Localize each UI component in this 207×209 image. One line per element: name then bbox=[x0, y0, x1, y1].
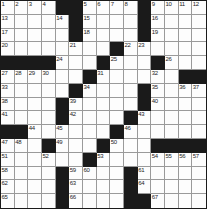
black-cell-r5c2 bbox=[15, 56, 29, 70]
cell-r4c5[interactable] bbox=[56, 42, 70, 56]
black-cell-r6c15 bbox=[192, 70, 206, 84]
cell-r10c15[interactable] bbox=[192, 125, 206, 139]
cell-r12c8[interactable]: 53 bbox=[97, 153, 111, 167]
clue-number-40: 40 bbox=[152, 98, 158, 105]
clue-number-27: 27 bbox=[2, 70, 8, 77]
cell-r9c6[interactable]: 42 bbox=[69, 111, 83, 125]
clue-number-62: 62 bbox=[2, 180, 8, 187]
clue-number-35: 35 bbox=[152, 84, 158, 91]
cell-r10c12[interactable] bbox=[151, 125, 165, 139]
black-cell-r5c12 bbox=[151, 56, 165, 70]
clue-number-55: 55 bbox=[166, 153, 172, 160]
cell-r13c14[interactable] bbox=[179, 167, 193, 181]
cell-r8c7[interactable] bbox=[83, 98, 97, 112]
black-cell-r13c5 bbox=[56, 167, 70, 181]
black-cell-r8c5 bbox=[56, 98, 70, 112]
cell-r6c6[interactable] bbox=[69, 70, 83, 84]
cell-r15c1[interactable]: 65 bbox=[1, 194, 15, 208]
clue-number-30: 30 bbox=[43, 70, 49, 77]
clue-number-21: 21 bbox=[70, 42, 76, 49]
cell-r4c2[interactable] bbox=[15, 42, 29, 56]
clue-number-10: 10 bbox=[166, 1, 172, 8]
cell-r1c8[interactable]: 6 bbox=[97, 1, 111, 15]
cell-r10c5[interactable]: 45 bbox=[56, 125, 70, 139]
cell-r9c14[interactable] bbox=[179, 111, 193, 125]
clue-number-49: 49 bbox=[56, 139, 62, 146]
cell-r15c13[interactable] bbox=[165, 194, 179, 208]
cell-r4c12[interactable] bbox=[151, 42, 165, 56]
cell-r12c14[interactable]: 56 bbox=[179, 153, 193, 167]
cell-r15c7[interactable] bbox=[83, 194, 97, 208]
clue-number-20: 20 bbox=[2, 42, 8, 49]
black-cell-r15c10 bbox=[124, 194, 138, 208]
clue-number-60: 60 bbox=[84, 167, 90, 174]
cell-r3c4[interactable] bbox=[42, 29, 56, 43]
cell-r1c14[interactable]: 11 bbox=[179, 1, 193, 15]
black-cell-r5c1 bbox=[1, 56, 15, 70]
cell-r9c7[interactable] bbox=[83, 111, 97, 125]
cell-r4c14[interactable] bbox=[179, 42, 193, 56]
black-cell-r6c14 bbox=[179, 70, 193, 84]
cell-r13c2[interactable] bbox=[15, 167, 29, 181]
clue-number-6: 6 bbox=[97, 1, 100, 8]
black-cell-r7c11 bbox=[138, 84, 152, 98]
black-cell-r3c6 bbox=[69, 29, 83, 43]
cell-r8c13[interactable] bbox=[165, 98, 179, 112]
cell-r15c9[interactable] bbox=[110, 194, 124, 208]
clue-number-16: 16 bbox=[152, 15, 158, 22]
clue-number-43: 43 bbox=[138, 111, 144, 118]
cell-r5c10[interactable] bbox=[124, 56, 138, 70]
cell-r14c1[interactable]: 62 bbox=[1, 180, 15, 194]
black-cell-r13c10 bbox=[124, 167, 138, 181]
cell-r7c13[interactable] bbox=[165, 84, 179, 98]
cell-r4c10[interactable]: 22 bbox=[124, 42, 138, 56]
clue-number-61: 61 bbox=[138, 167, 144, 174]
clue-number-53: 53 bbox=[97, 153, 103, 160]
cell-r1c3[interactable]: 3 bbox=[28, 1, 42, 15]
cell-r4c1[interactable]: 20 bbox=[1, 42, 15, 56]
cell-r6c9[interactable] bbox=[110, 70, 124, 84]
cell-r11c10[interactable] bbox=[124, 139, 138, 153]
cell-r13c8[interactable] bbox=[97, 167, 111, 181]
cell-r12c4[interactable]: 52 bbox=[42, 153, 56, 167]
cell-r6c2[interactable]: 28 bbox=[15, 70, 29, 84]
cell-r8c9[interactable] bbox=[110, 98, 124, 112]
black-cell-r7c6 bbox=[69, 84, 83, 98]
clue-number-38: 38 bbox=[2, 98, 8, 105]
cell-r4c7[interactable] bbox=[83, 42, 97, 56]
cell-r10c8[interactable] bbox=[97, 125, 111, 139]
cell-r8c12[interactable]: 40 bbox=[151, 98, 165, 112]
cell-r2c12[interactable]: 16 bbox=[151, 15, 165, 29]
cell-r1c15[interactable]: 12 bbox=[192, 1, 206, 15]
cell-r13c12[interactable] bbox=[151, 167, 165, 181]
cell-r14c6[interactable]: 63 bbox=[69, 180, 83, 194]
cell-r4c15[interactable] bbox=[192, 42, 206, 56]
clue-number-52: 52 bbox=[43, 153, 49, 160]
cell-r10c14[interactable] bbox=[179, 125, 193, 139]
clue-number-15: 15 bbox=[84, 15, 90, 22]
cell-r6c8[interactable]: 31 bbox=[97, 70, 111, 84]
cell-r2c14[interactable] bbox=[179, 15, 193, 29]
cell-r9c8[interactable] bbox=[97, 111, 111, 125]
cell-r1c4[interactable]: 4 bbox=[42, 1, 56, 15]
cell-r2c13[interactable] bbox=[165, 15, 179, 29]
clue-number-19: 19 bbox=[152, 29, 158, 36]
cell-r5c14[interactable] bbox=[179, 56, 193, 70]
cell-r14c8[interactable] bbox=[97, 180, 111, 194]
cell-r15c4[interactable] bbox=[42, 194, 56, 208]
clue-number-63: 63 bbox=[70, 180, 76, 187]
cell-r11c11[interactable] bbox=[138, 139, 152, 153]
cell-r5c13[interactable]: 26 bbox=[165, 56, 179, 70]
clue-number-2: 2 bbox=[15, 1, 18, 8]
cell-r6c1[interactable]: 27 bbox=[1, 70, 15, 84]
cell-r10c6[interactable] bbox=[69, 125, 83, 139]
cell-r6c13[interactable] bbox=[165, 70, 179, 84]
clue-number-22: 22 bbox=[125, 42, 131, 49]
clue-number-25: 25 bbox=[111, 56, 117, 63]
clue-number-3: 3 bbox=[29, 1, 32, 8]
cell-r4c13[interactable] bbox=[165, 42, 179, 56]
cell-r8c1[interactable]: 38 bbox=[1, 98, 15, 112]
cell-r13c13[interactable] bbox=[165, 167, 179, 181]
cell-r5c5[interactable]: 24 bbox=[56, 56, 70, 70]
cell-r4c8[interactable] bbox=[97, 42, 111, 56]
cell-r2c5[interactable]: 14 bbox=[56, 15, 70, 29]
black-cell-r14c5 bbox=[56, 180, 70, 194]
cell-r4c3[interactable] bbox=[28, 42, 42, 56]
black-cell-r11c15 bbox=[192, 139, 206, 153]
clue-number-24: 24 bbox=[56, 56, 62, 63]
cell-r15c15[interactable] bbox=[192, 194, 206, 208]
cell-r13c11[interactable]: 61 bbox=[138, 167, 152, 181]
clue-number-31: 31 bbox=[97, 70, 103, 77]
cell-r6c5[interactable] bbox=[56, 70, 70, 84]
cell-r14c4[interactable] bbox=[42, 180, 56, 194]
cell-r14c14[interactable] bbox=[179, 180, 193, 194]
clue-number-23: 23 bbox=[138, 42, 144, 49]
black-cell-r14c10 bbox=[124, 180, 138, 194]
cell-r9c1[interactable]: 41 bbox=[1, 111, 15, 125]
clue-number-26: 26 bbox=[166, 56, 172, 63]
cell-r3c10[interactable] bbox=[124, 29, 138, 43]
cell-r11c3[interactable] bbox=[28, 139, 42, 153]
cell-r4c4[interactable] bbox=[42, 42, 56, 56]
clue-number-33: 33 bbox=[2, 84, 8, 91]
cell-r3c7[interactable]: 18 bbox=[83, 29, 97, 43]
clue-number-42: 42 bbox=[70, 111, 76, 118]
cell-r1c2[interactable]: 2 bbox=[15, 1, 29, 15]
cell-r15c8[interactable] bbox=[97, 194, 111, 208]
black-cell-r1c11 bbox=[138, 1, 152, 15]
cell-r3c2[interactable] bbox=[15, 29, 29, 43]
crossword-grid: 1234567891011121314151617181920212223242… bbox=[0, 0, 207, 209]
cell-r2c8[interactable] bbox=[97, 15, 111, 29]
crossword-board: 1234567891011121314151617181920212223242… bbox=[0, 0, 207, 209]
clue-number-4: 4 bbox=[43, 1, 46, 8]
cell-r13c15[interactable] bbox=[192, 167, 206, 181]
clue-number-37: 37 bbox=[193, 84, 199, 91]
cell-r11c1[interactable]: 47 bbox=[1, 139, 15, 153]
cell-r9c13[interactable] bbox=[165, 111, 179, 125]
cell-r2c1[interactable]: 13 bbox=[1, 15, 15, 29]
cell-r12c11[interactable] bbox=[138, 153, 152, 167]
cell-r5c7[interactable] bbox=[83, 56, 97, 70]
cell-r7c15[interactable]: 37 bbox=[192, 84, 206, 98]
clue-number-14: 14 bbox=[56, 15, 62, 22]
cell-r5c9[interactable]: 25 bbox=[110, 56, 124, 70]
clue-number-56: 56 bbox=[179, 153, 185, 160]
clue-number-39: 39 bbox=[70, 98, 76, 105]
cell-r13c4[interactable] bbox=[42, 167, 56, 181]
cell-r12c1[interactable]: 51 bbox=[1, 153, 15, 167]
cell-r11c7[interactable] bbox=[83, 139, 97, 153]
cell-r8c3[interactable] bbox=[28, 98, 42, 112]
cell-r7c3[interactable] bbox=[28, 84, 42, 98]
black-cell-r11c13 bbox=[165, 139, 179, 153]
cell-r9c2[interactable] bbox=[15, 111, 29, 125]
clue-number-58: 58 bbox=[2, 167, 8, 174]
clue-number-29: 29 bbox=[29, 70, 35, 77]
cell-r9c15[interactable] bbox=[192, 111, 206, 125]
cell-r7c5[interactable] bbox=[56, 84, 70, 98]
cell-r14c9[interactable] bbox=[110, 180, 124, 194]
cell-r11c5[interactable]: 49 bbox=[56, 139, 70, 153]
black-cell-r2c6 bbox=[69, 15, 83, 29]
cell-r15c14[interactable] bbox=[179, 194, 193, 208]
cell-r10c3[interactable]: 44 bbox=[28, 125, 42, 139]
clue-number-66: 66 bbox=[70, 194, 76, 201]
cell-r12c13[interactable]: 55 bbox=[165, 153, 179, 167]
black-cell-r10c2 bbox=[15, 125, 29, 139]
cell-r3c9[interactable] bbox=[110, 29, 124, 43]
cell-r13c9[interactable] bbox=[110, 167, 124, 181]
black-cell-r15c11 bbox=[138, 194, 152, 208]
clue-number-9: 9 bbox=[152, 1, 155, 8]
cell-r7c8[interactable] bbox=[97, 84, 111, 98]
cell-r9c11[interactable]: 43 bbox=[138, 111, 152, 125]
cell-r3c12[interactable]: 19 bbox=[151, 29, 165, 43]
cell-r10c10[interactable]: 46 bbox=[124, 125, 138, 139]
cell-r14c3[interactable] bbox=[28, 180, 42, 194]
cell-r13c1[interactable]: 58 bbox=[1, 167, 15, 181]
cell-r3c14[interactable] bbox=[179, 29, 193, 43]
cell-r3c13[interactable] bbox=[165, 29, 179, 43]
cell-r7c7[interactable]: 34 bbox=[83, 84, 97, 98]
cell-r6c4[interactable]: 30 bbox=[42, 70, 56, 84]
clue-number-8: 8 bbox=[125, 1, 128, 8]
black-cell-r12c7 bbox=[83, 153, 97, 167]
black-cell-r1c5 bbox=[56, 1, 70, 15]
cell-r9c4[interactable] bbox=[42, 111, 56, 125]
clue-number-67: 67 bbox=[152, 194, 158, 201]
black-cell-r8c11 bbox=[138, 98, 152, 112]
black-cell-r3c11 bbox=[138, 29, 152, 43]
clue-number-5: 5 bbox=[84, 1, 87, 8]
cell-r1c13[interactable]: 10 bbox=[165, 1, 179, 15]
cell-r12c2[interactable] bbox=[15, 153, 29, 167]
clue-number-44: 44 bbox=[29, 125, 35, 132]
cell-r2c10[interactable] bbox=[124, 15, 138, 29]
cell-r14c11[interactable]: 64 bbox=[138, 180, 152, 194]
clue-number-28: 28 bbox=[15, 70, 21, 77]
clue-number-59: 59 bbox=[70, 167, 76, 174]
clue-number-7: 7 bbox=[111, 1, 114, 8]
cell-r12c9[interactable] bbox=[110, 153, 124, 167]
clue-number-11: 11 bbox=[179, 1, 185, 8]
clue-number-47: 47 bbox=[2, 139, 8, 146]
cell-r2c3[interactable] bbox=[28, 15, 42, 29]
cell-r3c3[interactable] bbox=[28, 29, 42, 43]
cell-r12c6[interactable] bbox=[69, 153, 83, 167]
cell-r4c6[interactable]: 21 bbox=[69, 42, 83, 56]
cell-r15c12[interactable]: 67 bbox=[151, 194, 165, 208]
black-cell-r11c14 bbox=[179, 139, 193, 153]
cell-r8c15[interactable] bbox=[192, 98, 206, 112]
cell-r7c2[interactable] bbox=[15, 84, 29, 98]
cell-r6c12[interactable]: 32 bbox=[151, 70, 165, 84]
cell-r12c3[interactable] bbox=[28, 153, 42, 167]
cell-r12c15[interactable]: 57 bbox=[192, 153, 206, 167]
clue-number-36: 36 bbox=[179, 84, 185, 91]
clue-number-12: 12 bbox=[193, 1, 199, 8]
cell-r8c4[interactable] bbox=[42, 98, 56, 112]
black-cell-r11c4 bbox=[42, 139, 56, 153]
cell-r8c8[interactable] bbox=[97, 98, 111, 112]
clue-number-41: 41 bbox=[2, 111, 8, 118]
cell-r10c13[interactable] bbox=[165, 125, 179, 139]
black-cell-r5c8 bbox=[97, 56, 111, 70]
cell-r14c7[interactable] bbox=[83, 180, 97, 194]
cell-r5c6[interactable] bbox=[69, 56, 83, 70]
cell-r12c12[interactable]: 54 bbox=[151, 153, 165, 167]
clue-number-45: 45 bbox=[56, 125, 62, 132]
cell-r2c15[interactable] bbox=[192, 15, 206, 29]
cell-r7c9[interactable] bbox=[110, 84, 124, 98]
black-cell-r9c10 bbox=[124, 111, 138, 125]
cell-r4c11[interactable]: 23 bbox=[138, 42, 152, 56]
cell-r9c12[interactable] bbox=[151, 111, 165, 125]
clue-number-46: 46 bbox=[125, 125, 131, 132]
cell-r8c10[interactable] bbox=[124, 98, 138, 112]
cell-r1c12[interactable]: 9 bbox=[151, 1, 165, 15]
cell-r15c2[interactable] bbox=[15, 194, 29, 208]
cell-r11c9[interactable]: 50 bbox=[110, 139, 124, 153]
cell-r1c1[interactable]: 1 bbox=[1, 1, 15, 15]
cell-r11c2[interactable]: 48 bbox=[15, 139, 29, 153]
clue-number-34: 34 bbox=[84, 84, 90, 91]
black-cell-r5c3 bbox=[28, 56, 42, 70]
cell-r15c6[interactable]: 66 bbox=[69, 194, 83, 208]
cell-r7c10[interactable] bbox=[124, 84, 138, 98]
cell-r8c14[interactable] bbox=[179, 98, 193, 112]
black-cell-r10c9 bbox=[110, 125, 124, 139]
cell-r3c5[interactable] bbox=[56, 29, 70, 43]
clue-number-54: 54 bbox=[152, 153, 158, 160]
clue-number-32: 32 bbox=[152, 70, 158, 77]
cell-r3c8[interactable] bbox=[97, 29, 111, 43]
cell-r12c10[interactable] bbox=[124, 153, 138, 167]
clue-number-51: 51 bbox=[2, 153, 8, 160]
cell-r10c4[interactable] bbox=[42, 125, 56, 139]
cell-r2c2[interactable] bbox=[15, 15, 29, 29]
clue-number-50: 50 bbox=[111, 139, 117, 146]
cell-r3c15[interactable] bbox=[192, 29, 206, 43]
cell-r6c10[interactable] bbox=[124, 70, 138, 84]
cell-r12c5[interactable] bbox=[56, 153, 70, 167]
cell-r13c7[interactable]: 60 bbox=[83, 167, 97, 181]
clue-number-64: 64 bbox=[138, 180, 144, 187]
clue-number-17: 17 bbox=[2, 29, 8, 36]
clue-number-1: 1 bbox=[2, 1, 5, 8]
black-cell-r11c12 bbox=[151, 139, 165, 153]
cell-r2c4[interactable] bbox=[42, 15, 56, 29]
cell-r13c6[interactable]: 59 bbox=[69, 167, 83, 181]
black-cell-r2c11 bbox=[138, 15, 152, 29]
cell-r2c9[interactable] bbox=[110, 15, 124, 29]
clue-number-48: 48 bbox=[15, 139, 21, 146]
cell-r5c15[interactable] bbox=[192, 56, 206, 70]
cell-r1c10[interactable]: 8 bbox=[124, 1, 138, 15]
clue-number-18: 18 bbox=[84, 29, 90, 36]
cell-r8c2[interactable] bbox=[15, 98, 29, 112]
cell-r7c14[interactable]: 36 bbox=[179, 84, 193, 98]
cell-r14c13[interactable] bbox=[165, 180, 179, 194]
black-cell-r1c6 bbox=[69, 1, 83, 15]
cell-r11c6[interactable] bbox=[69, 139, 83, 153]
black-cell-r5c4 bbox=[42, 56, 56, 70]
cell-r10c11[interactable] bbox=[138, 125, 152, 139]
cell-r6c3[interactable]: 29 bbox=[28, 70, 42, 84]
cell-r3c1[interactable]: 17 bbox=[1, 29, 15, 43]
cell-r8c6[interactable]: 39 bbox=[69, 98, 83, 112]
cell-r7c1[interactable]: 33 bbox=[1, 84, 15, 98]
black-cell-r10c1 bbox=[1, 125, 15, 139]
cell-r14c15[interactable] bbox=[192, 180, 206, 194]
cell-r10c7[interactable] bbox=[83, 125, 97, 139]
cell-r6c11[interactable] bbox=[138, 70, 152, 84]
cell-r1c9[interactable]: 7 bbox=[110, 1, 124, 15]
cell-r9c3[interactable] bbox=[28, 111, 42, 125]
black-cell-r11c8 bbox=[97, 139, 111, 153]
cell-r14c12[interactable] bbox=[151, 180, 165, 194]
black-cell-r6c7 bbox=[83, 70, 97, 84]
clue-number-65: 65 bbox=[2, 194, 8, 201]
cell-r14c2[interactable] bbox=[15, 180, 29, 194]
cell-r5c11[interactable] bbox=[138, 56, 152, 70]
black-cell-r15c5 bbox=[56, 194, 70, 208]
clue-number-57: 57 bbox=[193, 153, 199, 160]
clue-number-13: 13 bbox=[2, 15, 8, 22]
cell-r1c7[interactable]: 5 bbox=[83, 1, 97, 15]
cell-r15c3[interactable] bbox=[28, 194, 42, 208]
cell-r13c3[interactable] bbox=[28, 167, 42, 181]
cell-r9c9[interactable] bbox=[110, 111, 124, 125]
black-cell-r9c5 bbox=[56, 111, 70, 125]
cell-r7c12[interactable]: 35 bbox=[151, 84, 165, 98]
black-cell-r4c9 bbox=[110, 42, 124, 56]
cell-r2c7[interactable]: 15 bbox=[83, 15, 97, 29]
cell-r7c4[interactable] bbox=[42, 84, 56, 98]
